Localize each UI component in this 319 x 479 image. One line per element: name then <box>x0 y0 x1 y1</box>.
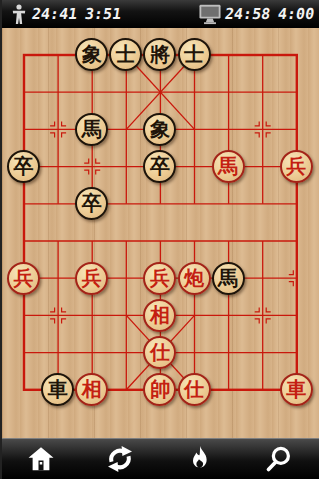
piece-glyph: 士 <box>116 38 136 71</box>
piece-glyph: 兵 <box>150 262 170 295</box>
search-button[interactable] <box>259 441 299 477</box>
piece-glyph: 仕 <box>150 336 170 369</box>
piece-black-士[interactable]: 士 <box>178 38 211 71</box>
flame-icon <box>185 444 215 474</box>
piece-glyph: 炮 <box>184 262 204 295</box>
piece-red-仕[interactable]: 仕 <box>143 336 176 369</box>
piece-glyph: 象 <box>82 38 102 71</box>
piece-black-將[interactable]: 將 <box>143 38 176 71</box>
piece-glyph: 仕 <box>184 373 204 406</box>
piece-red-兵[interactable]: 兵 <box>280 150 313 183</box>
piece-black-馬[interactable]: 馬 <box>75 113 108 146</box>
monitor-icon <box>198 3 222 25</box>
piece-black-象[interactable]: 象 <box>75 38 108 71</box>
piece-red-兵[interactable]: 兵 <box>7 262 40 295</box>
piece-glyph: 兵 <box>286 150 306 183</box>
piece-red-車[interactable]: 車 <box>280 373 313 406</box>
player-move-time: 3:51 <box>83 5 122 23</box>
piece-glyph: 卒 <box>82 187 102 220</box>
piece-black-卒[interactable]: 卒 <box>75 187 108 220</box>
status-bar: 24:41 3:51 24:58 4:00 <box>2 0 319 28</box>
magnifier-icon <box>264 444 294 474</box>
piece-glyph: 將 <box>150 38 170 71</box>
bottom-toolbar <box>2 438 319 479</box>
piece-glyph: 馬 <box>82 113 102 146</box>
piece-glyph: 兵 <box>82 262 102 295</box>
piece-red-炮[interactable]: 炮 <box>178 262 211 295</box>
piece-glyph: 車 <box>286 373 306 406</box>
piece-red-兵[interactable]: 兵 <box>75 262 108 295</box>
piece-black-馬[interactable]: 馬 <box>212 262 245 295</box>
flip-refresh-button[interactable] <box>100 441 140 477</box>
piece-red-馬[interactable]: 馬 <box>212 150 245 183</box>
piece-red-仕[interactable]: 仕 <box>178 373 211 406</box>
piece-glyph: 馬 <box>218 150 238 183</box>
refresh-arrows-icon <box>103 443 137 475</box>
piece-red-相[interactable]: 相 <box>143 299 176 332</box>
home-button[interactable] <box>21 441 61 477</box>
piece-glyph: 相 <box>150 299 170 332</box>
xiangqi-board[interactable]: 象士將士馬象卒卒卒馬車馬兵兵兵兵炮相仕相帥仕車 <box>2 28 319 438</box>
computer-total-time: 24:58 <box>224 5 272 23</box>
piece-glyph: 馬 <box>218 262 238 295</box>
piece-black-士[interactable]: 士 <box>109 38 142 71</box>
piece-glyph: 象 <box>150 113 170 146</box>
piece-black-卒[interactable]: 卒 <box>143 150 176 183</box>
piece-glyph: 車 <box>48 373 68 406</box>
computer-move-time: 4:00 <box>277 5 316 23</box>
piece-black-卒[interactable]: 卒 <box>7 150 40 183</box>
app-window: 24:41 3:51 24:58 4:00 象士將士馬象卒卒卒馬車馬兵兵兵兵炮相… <box>2 0 319 479</box>
piece-glyph: 卒 <box>150 150 170 183</box>
home-icon <box>25 444 57 474</box>
piece-glyph: 兵 <box>14 262 34 295</box>
piece-black-象[interactable]: 象 <box>143 113 176 146</box>
piece-red-帥[interactable]: 帥 <box>143 373 176 406</box>
pieces-layer: 象士將士馬象卒卒卒馬車馬兵兵兵兵炮相仕相帥仕車 <box>7 36 314 408</box>
piece-glyph: 士 <box>184 38 204 71</box>
piece-glyph: 卒 <box>14 150 34 183</box>
piece-red-兵[interactable]: 兵 <box>143 262 176 295</box>
person-icon <box>9 3 29 25</box>
piece-black-車[interactable]: 車 <box>41 373 74 406</box>
piece-glyph: 帥 <box>150 373 170 406</box>
piece-glyph: 相 <box>82 373 102 406</box>
piece-red-相[interactable]: 相 <box>75 373 108 406</box>
player-total-time: 24:41 <box>30 5 78 23</box>
hint-button[interactable] <box>180 441 220 477</box>
